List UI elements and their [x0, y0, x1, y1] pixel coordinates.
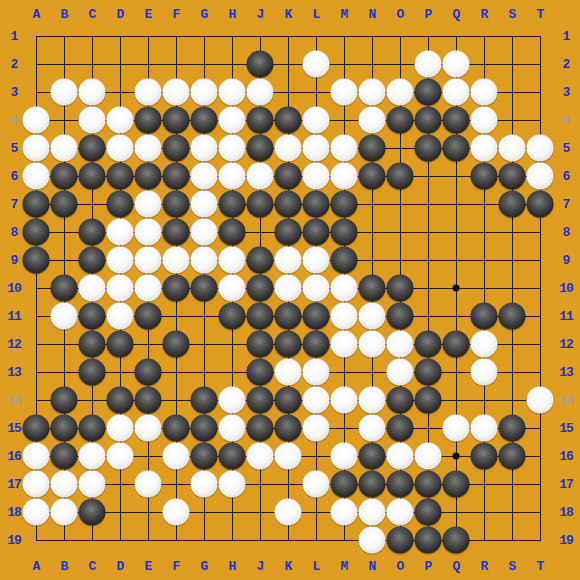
- row-label-5: 5: [11, 141, 18, 156]
- black-stone-C12: [79, 331, 106, 358]
- black-stone-G16: [191, 443, 218, 470]
- white-stone-G9: [191, 247, 218, 274]
- black-stone-S16: [499, 443, 526, 470]
- black-stone-C8: [79, 219, 106, 246]
- black-stone-P17: [415, 471, 442, 498]
- white-stone-A6: [23, 163, 50, 190]
- white-stone-H4: [219, 107, 246, 134]
- black-stone-A7: [23, 191, 50, 218]
- white-stone-O16: [387, 443, 414, 470]
- row-label-19: 19: [559, 533, 573, 548]
- white-stone-N3: [359, 79, 386, 106]
- white-stone-E17: [135, 471, 162, 498]
- column-label-D: D: [117, 559, 124, 574]
- black-stone-P14: [415, 387, 442, 414]
- white-stone-F16: [163, 443, 190, 470]
- black-stone-A8: [23, 219, 50, 246]
- black-stone-C18: [79, 499, 106, 526]
- row-label-1: 1: [11, 29, 18, 44]
- white-stone-L6: [303, 163, 330, 190]
- white-stone-T6: [527, 163, 554, 190]
- black-stone-E4: [135, 107, 162, 134]
- white-stone-E10: [135, 275, 162, 302]
- black-stone-O15: [387, 415, 414, 442]
- white-stone-D9: [107, 247, 134, 274]
- row-label-10: 10: [559, 281, 573, 296]
- white-stone-G3: [191, 79, 218, 106]
- black-stone-H11: [219, 303, 246, 330]
- white-stone-E7: [135, 191, 162, 218]
- black-stone-F5: [163, 135, 190, 162]
- white-stone-B3: [51, 79, 78, 106]
- white-stone-C17: [79, 471, 106, 498]
- black-stone-L7: [303, 191, 330, 218]
- white-stone-L13: [303, 359, 330, 386]
- white-stone-M3: [331, 79, 358, 106]
- white-stone-M18: [331, 499, 358, 526]
- black-stone-O4: [387, 107, 414, 134]
- black-stone-K8: [275, 219, 302, 246]
- column-label-L: L: [313, 559, 320, 574]
- white-stone-T14: [527, 387, 554, 414]
- white-stone-E5: [135, 135, 162, 162]
- black-stone-K6: [275, 163, 302, 190]
- black-stone-G15: [191, 415, 218, 442]
- column-label-G: G: [201, 7, 208, 22]
- white-stone-D15: [107, 415, 134, 442]
- white-stone-P16: [415, 443, 442, 470]
- row-label-8: 8: [563, 225, 570, 240]
- black-stone-H7: [219, 191, 246, 218]
- white-stone-B17: [51, 471, 78, 498]
- white-stone-L10: [303, 275, 330, 302]
- white-stone-M12: [331, 331, 358, 358]
- white-stone-G5: [191, 135, 218, 162]
- black-stone-B7: [51, 191, 78, 218]
- black-stone-A9: [23, 247, 50, 274]
- black-stone-F8: [163, 219, 190, 246]
- black-stone-K15: [275, 415, 302, 442]
- white-stone-L9: [303, 247, 330, 274]
- row-label-12: 12: [7, 337, 21, 352]
- white-stone-M5: [331, 135, 358, 162]
- black-stone-P13: [415, 359, 442, 386]
- row-label-13: 13: [559, 365, 573, 380]
- black-stone-Q12: [443, 331, 470, 358]
- black-stone-O6: [387, 163, 414, 190]
- black-stone-B15: [51, 415, 78, 442]
- white-stone-Q3: [443, 79, 470, 106]
- column-label-C: C: [89, 7, 96, 22]
- white-stone-E8: [135, 219, 162, 246]
- column-label-K: K: [285, 7, 292, 22]
- black-stone-C13: [79, 359, 106, 386]
- black-stone-F10: [163, 275, 190, 302]
- column-label-N: N: [369, 559, 376, 574]
- black-stone-R16: [471, 443, 498, 470]
- white-stone-R3: [471, 79, 498, 106]
- white-stone-M16: [331, 443, 358, 470]
- column-label-N: N: [369, 7, 376, 22]
- black-stone-F15: [163, 415, 190, 442]
- white-stone-K18: [275, 499, 302, 526]
- white-stone-A17: [23, 471, 50, 498]
- column-label-A: A: [33, 559, 40, 574]
- row-label-14: 14: [7, 393, 21, 408]
- black-stone-M17: [331, 471, 358, 498]
- black-stone-Q4: [443, 107, 470, 134]
- white-stone-H17: [219, 471, 246, 498]
- row-label-16: 16: [559, 449, 573, 464]
- white-stone-C3: [79, 79, 106, 106]
- star-point-Q10: [453, 285, 460, 292]
- black-stone-L12: [303, 331, 330, 358]
- row-label-16: 16: [7, 449, 21, 464]
- column-label-O: O: [397, 7, 404, 22]
- black-stone-P5: [415, 135, 442, 162]
- white-stone-J3: [247, 79, 274, 106]
- row-label-18: 18: [559, 505, 573, 520]
- black-stone-H16: [219, 443, 246, 470]
- white-stone-R15: [471, 415, 498, 442]
- column-label-S: S: [509, 559, 516, 574]
- row-label-9: 9: [563, 253, 570, 268]
- white-stone-L14: [303, 387, 330, 414]
- white-stone-E9: [135, 247, 162, 274]
- column-label-T: T: [537, 559, 544, 574]
- white-stone-A16: [23, 443, 50, 470]
- white-stone-O3: [387, 79, 414, 106]
- black-stone-K4: [275, 107, 302, 134]
- white-stone-N11: [359, 303, 386, 330]
- black-stone-G4: [191, 107, 218, 134]
- row-label-15: 15: [559, 421, 573, 436]
- white-stone-F9: [163, 247, 190, 274]
- column-label-H: H: [229, 7, 236, 22]
- column-label-P: P: [425, 559, 432, 574]
- black-stone-P12: [415, 331, 442, 358]
- white-stone-K13: [275, 359, 302, 386]
- white-stone-G8: [191, 219, 218, 246]
- black-stone-E6: [135, 163, 162, 190]
- row-label-6: 6: [563, 169, 570, 184]
- black-stone-O14: [387, 387, 414, 414]
- column-label-M: M: [341, 7, 348, 22]
- black-stone-E13: [135, 359, 162, 386]
- row-label-2: 2: [563, 57, 570, 72]
- white-stone-N18: [359, 499, 386, 526]
- white-stone-G7: [191, 191, 218, 218]
- column-label-B: B: [61, 559, 68, 574]
- row-label-11: 11: [559, 309, 573, 324]
- row-label-12: 12: [559, 337, 573, 352]
- white-stone-Q2: [443, 51, 470, 78]
- white-stone-K5: [275, 135, 302, 162]
- column-label-H: H: [229, 559, 236, 574]
- row-label-19: 19: [7, 533, 21, 548]
- white-stone-C4: [79, 107, 106, 134]
- white-stone-R13: [471, 359, 498, 386]
- row-label-18: 18: [7, 505, 21, 520]
- row-label-8: 8: [11, 225, 18, 240]
- white-stone-D10: [107, 275, 134, 302]
- column-label-R: R: [481, 559, 488, 574]
- column-label-T: T: [537, 7, 544, 22]
- black-stone-P18: [415, 499, 442, 526]
- black-stone-B14: [51, 387, 78, 414]
- column-label-G: G: [201, 559, 208, 574]
- white-stone-G6: [191, 163, 218, 190]
- black-stone-H8: [219, 219, 246, 246]
- white-stone-D4: [107, 107, 134, 134]
- black-stone-J14: [247, 387, 274, 414]
- black-stone-C15: [79, 415, 106, 442]
- black-stone-G10: [191, 275, 218, 302]
- white-stone-R5: [471, 135, 498, 162]
- black-stone-B16: [51, 443, 78, 470]
- black-stone-N17: [359, 471, 386, 498]
- column-label-C: C: [89, 559, 96, 574]
- row-label-2: 2: [11, 57, 18, 72]
- black-stone-K14: [275, 387, 302, 414]
- white-stone-A4: [23, 107, 50, 134]
- black-stone-C9: [79, 247, 106, 274]
- white-stone-L15: [303, 415, 330, 442]
- white-stone-O18: [387, 499, 414, 526]
- black-stone-R11: [471, 303, 498, 330]
- row-label-10: 10: [7, 281, 21, 296]
- black-stone-S7: [499, 191, 526, 218]
- black-stone-K7: [275, 191, 302, 218]
- row-label-17: 17: [7, 477, 21, 492]
- black-stone-T7: [527, 191, 554, 218]
- black-stone-S6: [499, 163, 526, 190]
- row-label-17: 17: [559, 477, 573, 492]
- black-stone-C11: [79, 303, 106, 330]
- black-stone-F4: [163, 107, 190, 134]
- white-stone-N4: [359, 107, 386, 134]
- white-stone-E15: [135, 415, 162, 442]
- column-label-P: P: [425, 7, 432, 22]
- black-stone-O10: [387, 275, 414, 302]
- black-stone-J5: [247, 135, 274, 162]
- black-stone-Q19: [443, 527, 470, 554]
- white-stone-K16: [275, 443, 302, 470]
- white-stone-F3: [163, 79, 190, 106]
- row-label-1: 1: [563, 29, 570, 44]
- white-stone-R4: [471, 107, 498, 134]
- row-label-14: 14: [559, 393, 573, 408]
- row-label-4: 4: [563, 113, 570, 128]
- column-label-Q: Q: [453, 559, 460, 574]
- column-label-J: J: [257, 7, 264, 22]
- column-label-O: O: [397, 559, 404, 574]
- black-stone-J7: [247, 191, 274, 218]
- black-stone-Q5: [443, 135, 470, 162]
- white-stone-H10: [219, 275, 246, 302]
- white-stone-H5: [219, 135, 246, 162]
- column-label-D: D: [117, 7, 124, 22]
- black-stone-O19: [387, 527, 414, 554]
- white-stone-A18: [23, 499, 50, 526]
- black-stone-D7: [107, 191, 134, 218]
- black-stone-D14: [107, 387, 134, 414]
- black-stone-B6: [51, 163, 78, 190]
- black-stone-Q17: [443, 471, 470, 498]
- white-stone-L4: [303, 107, 330, 134]
- white-stone-H15: [219, 415, 246, 442]
- column-label-J: J: [257, 559, 264, 574]
- column-label-K: K: [285, 559, 292, 574]
- black-stone-M8: [331, 219, 358, 246]
- black-stone-J15: [247, 415, 274, 442]
- white-stone-D5: [107, 135, 134, 162]
- white-stone-B18: [51, 499, 78, 526]
- row-label-11: 11: [7, 309, 21, 324]
- column-label-B: B: [61, 7, 68, 22]
- white-stone-S5: [499, 135, 526, 162]
- row-label-6: 6: [11, 169, 18, 184]
- row-label-3: 3: [11, 85, 18, 100]
- white-stone-Q15: [443, 415, 470, 442]
- black-stone-J12: [247, 331, 274, 358]
- black-stone-K12: [275, 331, 302, 358]
- white-stone-A5: [23, 135, 50, 162]
- white-stone-N19: [359, 527, 386, 554]
- black-stone-G14: [191, 387, 218, 414]
- white-stone-J16: [247, 443, 274, 470]
- black-stone-O11: [387, 303, 414, 330]
- black-stone-D6: [107, 163, 134, 190]
- black-stone-E11: [135, 303, 162, 330]
- white-stone-P2: [415, 51, 442, 78]
- row-label-7: 7: [563, 197, 570, 212]
- white-stone-B11: [51, 303, 78, 330]
- white-stone-H3: [219, 79, 246, 106]
- row-label-3: 3: [563, 85, 570, 100]
- black-stone-J4: [247, 107, 274, 134]
- black-stone-N16: [359, 443, 386, 470]
- column-label-M: M: [341, 559, 348, 574]
- black-stone-J2: [247, 51, 274, 78]
- white-stone-D16: [107, 443, 134, 470]
- white-stone-K9: [275, 247, 302, 274]
- black-stone-E14: [135, 387, 162, 414]
- black-stone-P3: [415, 79, 442, 106]
- white-stone-O13: [387, 359, 414, 386]
- white-stone-J6: [247, 163, 274, 190]
- go-board[interactable]: ABCDEFGHJKLMNOPQRST ABCDEFGHJKLMNOPQRST …: [0, 0, 580, 580]
- white-stone-H9: [219, 247, 246, 274]
- black-stone-P4: [415, 107, 442, 134]
- white-stone-D8: [107, 219, 134, 246]
- black-stone-B10: [51, 275, 78, 302]
- white-stone-N14: [359, 387, 386, 414]
- row-label-9: 9: [11, 253, 18, 268]
- black-stone-N10: [359, 275, 386, 302]
- black-stone-F6: [163, 163, 190, 190]
- black-stone-M9: [331, 247, 358, 274]
- white-stone-M6: [331, 163, 358, 190]
- white-stone-C10: [79, 275, 106, 302]
- black-stone-C6: [79, 163, 106, 190]
- column-label-S: S: [509, 7, 516, 22]
- black-stone-A15: [23, 415, 50, 442]
- white-stone-L5: [303, 135, 330, 162]
- white-stone-N12: [359, 331, 386, 358]
- column-label-F: F: [173, 559, 180, 574]
- row-label-7: 7: [11, 197, 18, 212]
- column-label-E: E: [145, 559, 152, 574]
- white-stone-M14: [331, 387, 358, 414]
- black-stone-N5: [359, 135, 386, 162]
- black-stone-R6: [471, 163, 498, 190]
- white-stone-E3: [135, 79, 162, 106]
- white-stone-H6: [219, 163, 246, 190]
- white-stone-M11: [331, 303, 358, 330]
- white-stone-N15: [359, 415, 386, 442]
- white-stone-D11: [107, 303, 134, 330]
- black-stone-M7: [331, 191, 358, 218]
- star-point-Q16: [453, 453, 460, 460]
- black-stone-D12: [107, 331, 134, 358]
- black-stone-J9: [247, 247, 274, 274]
- black-stone-K11: [275, 303, 302, 330]
- column-label-R: R: [481, 7, 488, 22]
- row-label-15: 15: [7, 421, 21, 436]
- black-stone-S11: [499, 303, 526, 330]
- black-stone-P19: [415, 527, 442, 554]
- black-stone-F7: [163, 191, 190, 218]
- white-stone-K10: [275, 275, 302, 302]
- white-stone-C16: [79, 443, 106, 470]
- white-stone-O12: [387, 331, 414, 358]
- black-stone-O17: [387, 471, 414, 498]
- black-stone-C5: [79, 135, 106, 162]
- black-stone-J10: [247, 275, 274, 302]
- white-stone-T5: [527, 135, 554, 162]
- column-label-E: E: [145, 7, 152, 22]
- column-label-Q: Q: [453, 7, 460, 22]
- row-label-13: 13: [7, 365, 21, 380]
- black-stone-L11: [303, 303, 330, 330]
- white-stone-F18: [163, 499, 190, 526]
- black-stone-F12: [163, 331, 190, 358]
- white-stone-L17: [303, 471, 330, 498]
- white-stone-B5: [51, 135, 78, 162]
- black-stone-L8: [303, 219, 330, 246]
- black-stone-J11: [247, 303, 274, 330]
- black-stone-J13: [247, 359, 274, 386]
- white-stone-M10: [331, 275, 358, 302]
- row-label-5: 5: [563, 141, 570, 156]
- column-label-L: L: [313, 7, 320, 22]
- row-label-4: 4: [11, 113, 18, 128]
- white-stone-R12: [471, 331, 498, 358]
- white-stone-H14: [219, 387, 246, 414]
- column-label-F: F: [173, 7, 180, 22]
- black-stone-S15: [499, 415, 526, 442]
- white-stone-L2: [303, 51, 330, 78]
- white-stone-G17: [191, 471, 218, 498]
- black-stone-N6: [359, 163, 386, 190]
- column-label-A: A: [33, 7, 40, 22]
